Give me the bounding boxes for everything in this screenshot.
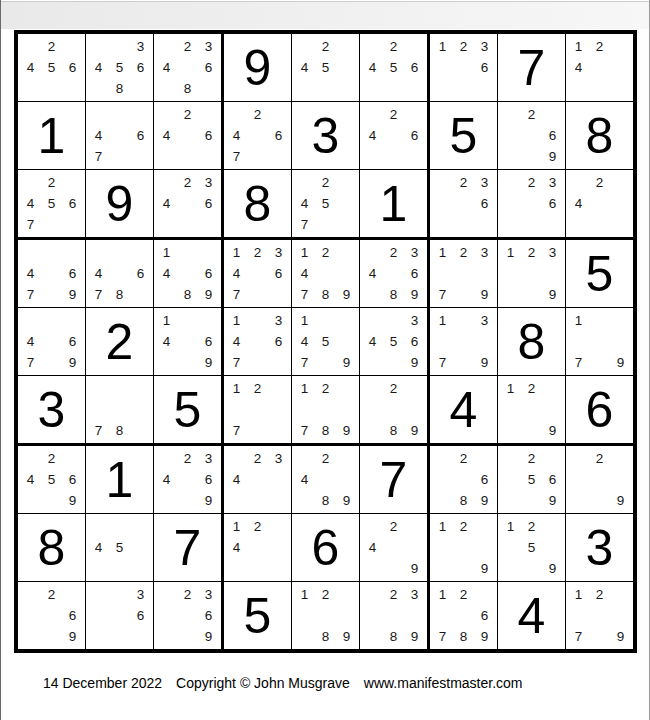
pencil-mark-9: 9 xyxy=(542,558,563,579)
pencil-mark-5: 5 xyxy=(315,57,336,78)
pencil-mark-8 xyxy=(521,490,542,511)
pencil-mark-4: 4 xyxy=(568,57,589,78)
pencil-mark-2: 2 xyxy=(453,516,474,537)
cell-r8c3: 7 xyxy=(154,514,221,581)
pencil-mark-2: 2 xyxy=(453,172,474,193)
box-6: 12379123951379817941296 xyxy=(430,240,633,443)
pencil-mark-2: 2 xyxy=(41,36,62,57)
pencil-mark-2: 2 xyxy=(247,242,268,263)
cell-r4c1: 4679 xyxy=(18,240,85,307)
pencil-mark-8 xyxy=(589,214,610,235)
pencil-mark-3: 3 xyxy=(268,310,289,331)
pencil-mark-3: 3 xyxy=(198,448,219,469)
pencil-mark-7: 7 xyxy=(294,214,315,235)
pencil-mark-5: 5 xyxy=(41,193,62,214)
pencil-mark-1: 1 xyxy=(226,378,247,399)
pencil-mark-9 xyxy=(268,420,289,441)
pencil-mark-3: 3 xyxy=(404,242,425,263)
pencil-mark-5 xyxy=(109,399,130,420)
pencil-mark-1: 1 xyxy=(568,310,589,331)
pencil-mark-3 xyxy=(62,242,83,263)
pencil-mark-6: 6 xyxy=(198,331,219,352)
pencil-mark-6: 6 xyxy=(268,125,289,146)
pencil-marks: 1289 xyxy=(294,584,357,647)
pencil-mark-4: 4 xyxy=(88,263,109,284)
pencil-mark-8 xyxy=(41,284,62,305)
pencil-mark-3 xyxy=(404,36,425,57)
pencil-marks: 2489 xyxy=(294,448,357,511)
pencil-mark-2 xyxy=(109,584,130,605)
pencil-mark-7 xyxy=(432,558,453,579)
pencil-marks: 269 xyxy=(500,104,563,167)
pencil-mark-6: 6 xyxy=(542,193,563,214)
box-4: 46794678146894679214693785 xyxy=(18,240,221,443)
cell-r3c6: 1 xyxy=(360,170,427,237)
pencil-mark-2: 2 xyxy=(589,172,610,193)
pencil-marks: 124 xyxy=(568,36,631,99)
pencil-mark-5: 5 xyxy=(41,57,62,78)
cell-r7c9: 29 xyxy=(566,446,633,513)
pencil-mark-5 xyxy=(247,331,268,352)
pencil-mark-4: 4 xyxy=(20,57,41,78)
pencil-marks: 246 xyxy=(362,104,425,167)
pencil-mark-6: 6 xyxy=(62,605,83,626)
pencil-mark-8 xyxy=(315,78,336,99)
pencil-mark-3 xyxy=(542,378,563,399)
pencil-mark-7 xyxy=(362,558,383,579)
pencil-mark-1: 1 xyxy=(294,310,315,331)
cell-r2c5: 3 xyxy=(292,102,359,169)
pencil-mark-9 xyxy=(130,78,151,99)
cell-r4c3: 14689 xyxy=(154,240,221,307)
pencil-mark-1 xyxy=(362,242,383,263)
pencil-mark-1: 1 xyxy=(500,516,521,537)
pencil-mark-6 xyxy=(610,469,631,490)
pencil-mark-9 xyxy=(268,352,289,373)
sudoku-board: 2456345682346814672462456792346924524562… xyxy=(14,30,637,653)
pencil-mark-6 xyxy=(404,399,425,420)
pencil-mark-5 xyxy=(41,331,62,352)
pencil-mark-3 xyxy=(542,448,563,469)
pencil-mark-5 xyxy=(521,263,542,284)
pencil-mark-3: 3 xyxy=(474,172,495,193)
pencil-marks: 78 xyxy=(88,378,151,441)
pencil-mark-1 xyxy=(156,36,177,57)
pencil-mark-4 xyxy=(88,605,109,626)
pencil-mark-1 xyxy=(568,448,589,469)
cell-r4c9: 5 xyxy=(566,240,633,307)
solved-digit: 3 xyxy=(292,102,359,169)
pencil-mark-5 xyxy=(177,125,198,146)
pencil-mark-5 xyxy=(383,537,404,558)
pencil-marks: 4678 xyxy=(88,242,151,305)
cell-r1c7: 1236 xyxy=(430,34,497,101)
pencil-marks: 2456 xyxy=(362,36,425,99)
pencil-mark-4: 4 xyxy=(294,469,315,490)
pencil-mark-9 xyxy=(542,214,563,235)
solved-digit: 7 xyxy=(360,446,427,513)
cell-r4c2: 4678 xyxy=(86,240,153,307)
pencil-mark-7: 7 xyxy=(432,352,453,373)
pencil-mark-9: 9 xyxy=(336,284,357,305)
pencil-mark-6: 6 xyxy=(198,125,219,146)
pencil-mark-2 xyxy=(41,310,62,331)
pencil-marks: 289 xyxy=(362,378,425,441)
pencil-mark-4: 4 xyxy=(156,469,177,490)
pencil-mark-8 xyxy=(247,558,268,579)
pencil-marks: 2457 xyxy=(294,172,357,235)
solved-digit: 8 xyxy=(18,514,85,581)
pencil-mark-3 xyxy=(336,310,357,331)
pencil-mark-6: 6 xyxy=(130,263,151,284)
pencil-mark-7 xyxy=(156,78,177,99)
cell-r8c5: 6 xyxy=(292,514,359,581)
pencil-mark-3 xyxy=(62,584,83,605)
pencil-mark-7 xyxy=(294,490,315,511)
pencil-mark-9 xyxy=(130,284,151,305)
solved-digit: 7 xyxy=(498,34,565,101)
solved-digit: 6 xyxy=(566,376,633,443)
pencil-mark-1 xyxy=(20,36,41,57)
pencil-mark-8 xyxy=(383,558,404,579)
pencil-mark-1: 1 xyxy=(294,378,315,399)
pencil-mark-8: 8 xyxy=(315,284,336,305)
pencil-marks: 12789 xyxy=(294,378,357,441)
cell-r1c9: 124 xyxy=(566,34,633,101)
pencil-mark-4: 4 xyxy=(294,331,315,352)
cell-r6c6: 289 xyxy=(360,376,427,443)
box-1: 2456345682346814672462456792346 xyxy=(18,34,221,237)
pencil-mark-7 xyxy=(156,284,177,305)
cell-r1c5: 245 xyxy=(292,34,359,101)
pencil-mark-5 xyxy=(383,605,404,626)
pencil-mark-9: 9 xyxy=(198,284,219,305)
pencil-marks: 34568 xyxy=(88,36,151,99)
pencil-mark-9 xyxy=(198,146,219,167)
pencil-mark-8: 8 xyxy=(383,420,404,441)
pencil-mark-2: 2 xyxy=(383,242,404,263)
pencil-mark-5: 5 xyxy=(383,331,404,352)
cell-r9c4: 5 xyxy=(224,582,291,649)
pencil-marks: 14689 xyxy=(156,242,219,305)
pencil-mark-2: 2 xyxy=(41,584,62,605)
pencil-mark-8 xyxy=(453,284,474,305)
pencil-mark-5 xyxy=(383,399,404,420)
pencil-mark-5: 5 xyxy=(109,57,130,78)
cell-r9c3: 2369 xyxy=(154,582,221,649)
pencil-mark-6 xyxy=(130,399,151,420)
pencil-marks: 36 xyxy=(88,584,151,647)
pencil-mark-7 xyxy=(20,626,41,647)
cell-r9c6: 2389 xyxy=(360,582,427,649)
pencil-mark-7: 7 xyxy=(294,352,315,373)
pencil-mark-3 xyxy=(542,104,563,125)
pencil-mark-9: 9 xyxy=(404,420,425,441)
pencil-mark-4 xyxy=(432,57,453,78)
pencil-mark-1 xyxy=(500,448,521,469)
cell-r8c9: 3 xyxy=(566,514,633,581)
pencil-mark-1 xyxy=(88,516,109,537)
pencil-mark-4: 4 xyxy=(20,263,41,284)
pencil-mark-2: 2 xyxy=(177,448,198,469)
pencil-mark-1 xyxy=(88,104,109,125)
pencil-mark-2: 2 xyxy=(315,584,336,605)
pencil-mark-8 xyxy=(453,352,474,373)
pencil-mark-5 xyxy=(383,263,404,284)
pencil-mark-5 xyxy=(41,605,62,626)
pencil-mark-9 xyxy=(130,420,151,441)
pencil-mark-7: 7 xyxy=(20,284,41,305)
pencil-mark-4 xyxy=(500,193,521,214)
pencil-mark-7 xyxy=(362,284,383,305)
cell-r1c3: 23468 xyxy=(154,34,221,101)
pencil-mark-1 xyxy=(362,584,383,605)
pencil-mark-8: 8 xyxy=(453,626,474,647)
pencil-mark-9 xyxy=(268,558,289,579)
pencil-marks: 1236 xyxy=(432,36,495,99)
cell-r7c8: 2569 xyxy=(498,446,565,513)
pencil-mark-1 xyxy=(226,448,247,469)
cell-r4c5: 124789 xyxy=(292,240,359,307)
footer: 14 December 2022 Copyright © John Musgra… xyxy=(43,675,523,691)
pencil-mark-1 xyxy=(500,104,521,125)
solved-digit: 1 xyxy=(86,446,153,513)
pencil-mark-5 xyxy=(109,263,130,284)
pencil-mark-3 xyxy=(130,516,151,537)
pencil-mark-3 xyxy=(268,378,289,399)
cell-r2c1: 1 xyxy=(18,102,85,169)
pencil-mark-6: 6 xyxy=(268,331,289,352)
cell-r4c4: 123467 xyxy=(224,240,291,307)
pencil-marks: 179 xyxy=(568,310,631,373)
cell-r7c7: 2689 xyxy=(430,446,497,513)
pencil-mark-6: 6 xyxy=(474,469,495,490)
pencil-mark-9: 9 xyxy=(62,490,83,511)
pencil-mark-4 xyxy=(500,399,521,420)
pencil-mark-7 xyxy=(226,558,247,579)
pencil-mark-6: 6 xyxy=(198,193,219,214)
pencil-marks: 127 xyxy=(226,378,289,441)
cell-r9c2: 36 xyxy=(86,582,153,649)
pencil-mark-7 xyxy=(568,490,589,511)
pencil-mark-1 xyxy=(362,378,383,399)
pencil-mark-2: 2 xyxy=(247,378,268,399)
pencil-mark-7 xyxy=(226,490,247,511)
pencil-mark-6 xyxy=(542,399,563,420)
cell-r1c2: 34568 xyxy=(86,34,153,101)
cell-r9c9: 1279 xyxy=(566,582,633,649)
pencil-mark-1: 1 xyxy=(568,584,589,605)
pencil-mark-6 xyxy=(404,605,425,626)
pencil-mark-7 xyxy=(568,78,589,99)
pencil-mark-2: 2 xyxy=(315,448,336,469)
pencil-mark-8 xyxy=(453,214,474,235)
pencil-mark-8 xyxy=(589,626,610,647)
pencil-mark-5: 5 xyxy=(315,193,336,214)
pencil-marks: 1379 xyxy=(432,310,495,373)
pencil-marks: 34569 xyxy=(362,310,425,373)
cell-r1c1: 2456 xyxy=(18,34,85,101)
cell-r1c4: 9 xyxy=(224,34,291,101)
solved-digit: 9 xyxy=(86,170,153,237)
pencil-mark-2: 2 xyxy=(453,448,474,469)
pencil-mark-2: 2 xyxy=(589,448,610,469)
cell-r6c3: 5 xyxy=(154,376,221,443)
pencil-mark-1 xyxy=(362,104,383,125)
pencil-mark-2: 2 xyxy=(247,516,268,537)
pencil-marks: 1279 xyxy=(568,584,631,647)
pencil-mark-6: 6 xyxy=(268,263,289,284)
pencil-mark-4 xyxy=(294,399,315,420)
pencil-mark-3 xyxy=(62,310,83,331)
pencil-mark-2: 2 xyxy=(383,36,404,57)
pencil-mark-6: 6 xyxy=(404,331,425,352)
pencil-mark-5 xyxy=(521,193,542,214)
pencil-mark-4: 4 xyxy=(362,331,383,352)
pencil-mark-8 xyxy=(453,558,474,579)
cell-r5c2: 2 xyxy=(86,308,153,375)
pencil-mark-7: 7 xyxy=(294,420,315,441)
cell-r2c3: 246 xyxy=(154,102,221,169)
pencil-mark-5 xyxy=(177,193,198,214)
cell-r2c6: 246 xyxy=(360,102,427,169)
pencil-mark-5: 5 xyxy=(383,57,404,78)
pencil-mark-3: 3 xyxy=(268,448,289,469)
cell-r3c5: 2457 xyxy=(292,170,359,237)
pencil-marks: 2456 xyxy=(20,36,83,99)
pencil-mark-5 xyxy=(177,605,198,626)
pencil-mark-2 xyxy=(247,310,268,331)
solved-digit: 9 xyxy=(224,34,291,101)
pencil-mark-2: 2 xyxy=(177,36,198,57)
pencil-mark-8: 8 xyxy=(177,284,198,305)
pencil-mark-1: 1 xyxy=(432,242,453,263)
pencil-mark-1 xyxy=(20,584,41,605)
pencil-mark-9: 9 xyxy=(198,352,219,373)
pencil-mark-4: 4 xyxy=(156,57,177,78)
box-3: 123671245269823623624 xyxy=(430,34,633,237)
pencil-mark-2: 2 xyxy=(315,36,336,57)
cell-r1c6: 2456 xyxy=(360,34,427,101)
pencil-mark-1 xyxy=(88,242,109,263)
pencil-mark-5 xyxy=(589,469,610,490)
pencil-marks: 24569 xyxy=(20,448,83,511)
pencil-mark-8 xyxy=(109,146,130,167)
pencil-mark-6: 6 xyxy=(62,469,83,490)
pencil-mark-8 xyxy=(521,558,542,579)
pencil-mark-1 xyxy=(88,584,109,605)
pencil-mark-2: 2 xyxy=(177,172,198,193)
pencil-mark-4 xyxy=(362,605,383,626)
box-2: 9245245624673246824571 xyxy=(224,34,427,237)
pencil-mark-5 xyxy=(453,263,474,284)
pencil-mark-9: 9 xyxy=(336,626,357,647)
cell-r8c4: 124 xyxy=(224,514,291,581)
pencil-mark-8 xyxy=(589,78,610,99)
pencil-mark-3 xyxy=(404,104,425,125)
pencil-marks: 4679 xyxy=(20,310,83,373)
box-7: 245691234698457269362369 xyxy=(18,446,221,649)
pencil-mark-2: 2 xyxy=(383,104,404,125)
pencil-mark-6: 6 xyxy=(404,263,425,284)
pencil-mark-1: 1 xyxy=(294,584,315,605)
pencil-mark-3 xyxy=(610,448,631,469)
pencil-mark-3 xyxy=(474,516,495,537)
cell-r4c7: 12379 xyxy=(430,240,497,307)
pencil-mark-4: 4 xyxy=(20,331,41,352)
pencil-mark-7 xyxy=(156,146,177,167)
pencil-mark-2 xyxy=(177,310,198,331)
pencil-mark-6 xyxy=(610,605,631,626)
pencil-marks: 2467 xyxy=(226,104,289,167)
pencil-mark-5 xyxy=(453,193,474,214)
pencil-mark-4 xyxy=(500,263,521,284)
solved-digit: 5 xyxy=(224,582,291,649)
cell-r3c8: 236 xyxy=(498,170,565,237)
pencil-mark-2 xyxy=(109,104,130,125)
pencil-mark-9 xyxy=(268,284,289,305)
pencil-mark-1 xyxy=(362,36,383,57)
pencil-mark-6: 6 xyxy=(130,57,151,78)
pencil-mark-4: 4 xyxy=(362,263,383,284)
pencil-mark-4: 4 xyxy=(226,469,247,490)
pencil-mark-4: 4 xyxy=(156,125,177,146)
pencil-mark-2: 2 xyxy=(41,172,62,193)
pencil-mark-4 xyxy=(500,469,521,490)
pencil-mark-3: 3 xyxy=(198,172,219,193)
pencil-mark-6: 6 xyxy=(404,57,425,78)
pencil-mark-1: 1 xyxy=(432,310,453,331)
pencil-mark-4 xyxy=(568,331,589,352)
pencil-mark-9: 9 xyxy=(336,420,357,441)
pencil-mark-9: 9 xyxy=(610,490,631,511)
pencil-mark-3: 3 xyxy=(198,36,219,57)
cell-r6c1: 3 xyxy=(18,376,85,443)
pencil-marks: 236 xyxy=(500,172,563,235)
pencil-mark-8 xyxy=(383,146,404,167)
pencil-mark-6 xyxy=(336,469,357,490)
pencil-mark-3: 3 xyxy=(404,584,425,605)
pencil-mark-5: 5 xyxy=(41,469,62,490)
pencil-mark-6: 6 xyxy=(404,125,425,146)
pencil-mark-1 xyxy=(362,516,383,537)
pencil-mark-7 xyxy=(88,558,109,579)
pencil-mark-4: 4 xyxy=(226,331,247,352)
pencil-mark-8 xyxy=(589,490,610,511)
pencil-mark-9: 9 xyxy=(474,284,495,305)
pencil-marks: 269 xyxy=(20,584,83,647)
pencil-mark-9 xyxy=(198,78,219,99)
pencil-mark-8: 8 xyxy=(109,284,130,305)
cell-r2c8: 269 xyxy=(498,102,565,169)
pencil-marks: 1239 xyxy=(500,242,563,305)
pencil-mark-5 xyxy=(247,469,268,490)
pencil-mark-5 xyxy=(315,399,336,420)
pencil-mark-9 xyxy=(130,146,151,167)
pencil-mark-7: 7 xyxy=(226,352,247,373)
footer-website: www.manifestmaster.com xyxy=(364,675,523,691)
pencil-mark-2 xyxy=(177,242,198,263)
pencil-mark-3 xyxy=(474,448,495,469)
pencil-mark-2: 2 xyxy=(589,36,610,57)
footer-date: 14 December 2022 xyxy=(43,675,162,691)
pencil-marks: 1259 xyxy=(500,516,563,579)
pencil-mark-3 xyxy=(336,36,357,57)
pencil-mark-7: 7 xyxy=(88,420,109,441)
pencil-mark-1 xyxy=(88,36,109,57)
pencil-mark-7 xyxy=(500,284,521,305)
pencil-mark-8: 8 xyxy=(383,284,404,305)
